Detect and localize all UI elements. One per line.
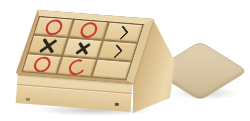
o-mark-icon (78, 21, 99, 38)
x-mark-icon (74, 41, 92, 56)
tile-cell-r1c0 (29, 36, 67, 55)
scene (0, 0, 250, 121)
tic-tac-toe-grid (22, 16, 144, 80)
tile-cell-r0c1 (69, 20, 107, 39)
tile-cell-r2c1 (58, 57, 96, 76)
o-mark-icon (31, 56, 52, 73)
tile-cell-r1c2 (99, 41, 137, 60)
o-mark-icon (67, 57, 86, 77)
x-mark-icon (37, 36, 59, 54)
tile-cell-r2c2 (93, 60, 131, 79)
front-seam (17, 84, 132, 94)
tile-cell-r1c1 (64, 39, 102, 58)
box-top-face (18, 10, 154, 84)
tile-cell-r0c2 (104, 23, 142, 42)
joint-peg-icon (115, 103, 119, 106)
o-mark-icon (43, 18, 64, 35)
tile-cell-r2c0 (23, 54, 61, 73)
x-mark-icon (109, 43, 123, 58)
x-mark-icon (115, 25, 129, 40)
tile-cell-r0c0 (35, 17, 73, 36)
joint-peg-icon (26, 98, 30, 101)
